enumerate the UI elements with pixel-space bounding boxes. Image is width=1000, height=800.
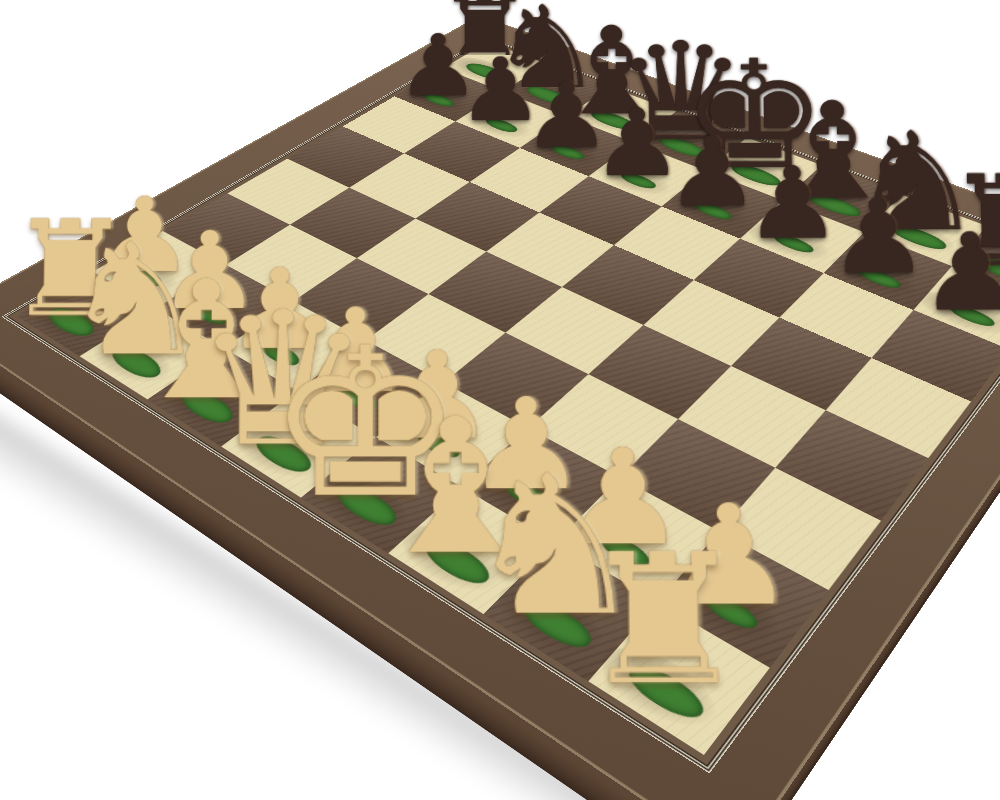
chess-set-photo: ♜♞♝♛♚♝♞♜♟♟♟♟♟♟♟♟♟♟♟♟♟♟♟♟♜♞♝♛♚♝♞♜ bbox=[0, 0, 1000, 800]
square-h3 bbox=[720, 468, 881, 590]
chess-board: ♜♞♝♛♚♝♞♜♟♟♟♟♟♟♟♟♟♟♟♟♟♟♟♟♜♞♝♛♚♝♞♜ bbox=[0, 15, 1000, 800]
black-knight-glyph: ♞ bbox=[849, 115, 985, 251]
square-h6 bbox=[872, 310, 1000, 401]
playing-area: ♜♞♝♛♚♝♞♜♟♟♟♟♟♟♟♟♟♟♟♟♟♟♟♟♜♞♝♛♚♝♞♜ bbox=[17, 42, 1000, 755]
square-b1: ♞ bbox=[80, 309, 224, 400]
perspective-scene: ♜♞♝♛♚♝♞♜♟♟♟♟♟♟♟♟♟♟♟♟♟♟♟♟♜♞♝♛♚♝♞♜ bbox=[0, 0, 1000, 800]
square-a5 bbox=[287, 126, 404, 187]
square-g8: ♞ bbox=[864, 195, 987, 267]
square-d3 bbox=[366, 294, 506, 382]
